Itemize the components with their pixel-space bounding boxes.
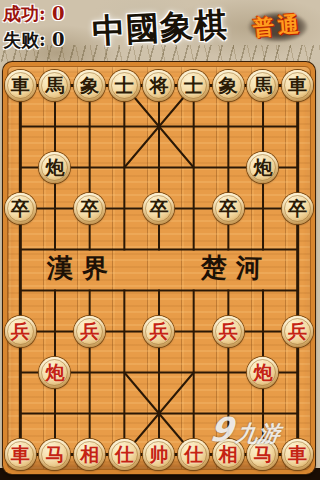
piece-red-r9c3[interactable]: 仕: [109, 439, 140, 470]
success-counter: 成功: 0: [3, 1, 64, 27]
game-title: 中國象棋: [91, 2, 229, 54]
fail-value: 0: [52, 29, 65, 50]
piece-black-r0c5[interactable]: 士: [178, 70, 209, 101]
piece-red-r6c8[interactable]: 兵: [282, 316, 313, 347]
piece-black-r3c6[interactable]: 卒: [213, 193, 244, 224]
piece-red-r9c8[interactable]: 車: [282, 439, 313, 470]
fail-label: 失败:: [3, 29, 46, 50]
piece-black-r0c7[interactable]: 馬: [247, 70, 278, 101]
piece-grid: 車馬象士将士象馬車炮炮卒卒卒卒卒兵兵兵兵兵炮炮車马相仕帅仕相马車: [3, 65, 315, 474]
piece-red-r6c2[interactable]: 兵: [74, 316, 105, 347]
piece-red-r7c7[interactable]: 炮: [247, 357, 278, 388]
app-screen: 成功: 0 失败: 0 中國象棋 普通 漢界 楚河 車馬象士将士象馬車炮炮卒卒卒…: [0, 0, 320, 480]
piece-red-r6c6[interactable]: 兵: [213, 316, 244, 347]
piece-red-r9c5[interactable]: 仕: [178, 439, 209, 470]
success-value: 0: [52, 3, 65, 24]
piece-black-r0c6[interactable]: 象: [213, 70, 244, 101]
piece-black-r3c0[interactable]: 卒: [5, 193, 36, 224]
top-bar: 成功: 0 失败: 0 中國象棋 普通: [0, 0, 320, 62]
piece-red-r9c2[interactable]: 相: [74, 439, 105, 470]
piece-black-r2c1[interactable]: 炮: [39, 152, 70, 183]
piece-black-r0c0[interactable]: 車: [5, 70, 36, 101]
mode-button[interactable]: 普通: [242, 5, 314, 47]
piece-black-r0c3[interactable]: 士: [109, 70, 140, 101]
piece-red-r9c0[interactable]: 車: [5, 439, 36, 470]
piece-black-r0c2[interactable]: 象: [74, 70, 105, 101]
piece-black-r0c4[interactable]: 将: [143, 70, 174, 101]
score-panel: 成功: 0 失败: 0: [3, 1, 64, 53]
piece-black-r0c1[interactable]: 馬: [39, 70, 70, 101]
piece-red-r7c1[interactable]: 炮: [39, 357, 70, 388]
fail-counter: 失败: 0: [3, 27, 64, 53]
piece-red-r9c6[interactable]: 相: [213, 439, 244, 470]
piece-red-r9c4[interactable]: 帅: [143, 439, 174, 470]
piece-black-r3c2[interactable]: 卒: [74, 193, 105, 224]
piece-red-r9c7[interactable]: 马: [247, 439, 278, 470]
xiangqi-board[interactable]: 漢界 楚河 車馬象士将士象馬車炮炮卒卒卒卒卒兵兵兵兵兵炮炮車马相仕帅仕相马車: [3, 62, 315, 474]
piece-black-r0c8[interactable]: 車: [282, 70, 313, 101]
piece-black-r2c7[interactable]: 炮: [247, 152, 278, 183]
mode-button-label: 普通: [252, 10, 304, 42]
piece-red-r9c1[interactable]: 马: [39, 439, 70, 470]
success-label: 成功:: [3, 3, 46, 24]
piece-red-r6c0[interactable]: 兵: [5, 316, 36, 347]
piece-black-r3c4[interactable]: 卒: [143, 193, 174, 224]
piece-red-r6c4[interactable]: 兵: [143, 316, 174, 347]
piece-black-r3c8[interactable]: 卒: [282, 193, 313, 224]
